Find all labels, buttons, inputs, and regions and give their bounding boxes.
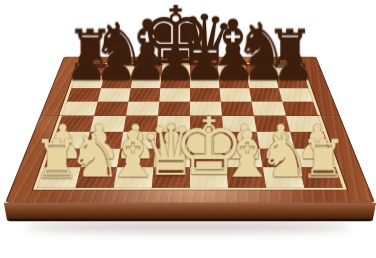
piece-wB-f1[interactable]: ♝ [218,123,276,187]
square-f1[interactable]: ♝ [226,167,266,187]
piece-bP-h7[interactable]: ♟ [272,40,315,87]
square-h7[interactable]: ♟ [276,76,309,88]
board-grid: ♜♞♝♚♛♝♞♜♟♟♟♟♟♟♟♟♟♟♟♟♟♟♟♟♜♞♝♛♚♝♞♜ [37,64,342,187]
square-h6[interactable] [279,88,313,101]
square-b6[interactable] [98,88,131,101]
board-shadow [26,221,350,233]
board-box-front [4,203,376,222]
square-a6[interactable] [67,88,101,101]
square-g6[interactable] [249,88,282,101]
square-c1[interactable]: ♝ [114,167,154,187]
chess-board: ♜♞♝♚♛♝♞♜♟♟♟♟♟♟♟♟♟♟♟♟♟♟♟♟♜♞♝♛♚♝♞♜ [5,57,375,203]
square-h1[interactable]: ♜ [299,167,342,187]
product-photo-stage: ♜♞♝♚♛♝♞♜♟♟♟♟♟♟♟♟♟♟♟♟♟♟♟♟♜♞♝♛♚♝♞♜ [0,0,376,258]
piece-wB-c1[interactable]: ♝ [104,123,162,187]
square-a1[interactable]: ♜ [37,167,80,187]
board-inlay-border: ♜♞♝♚♛♝♞♜♟♟♟♟♟♟♟♟♟♟♟♟♟♟♟♟♜♞♝♛♚♝♞♜ [33,63,347,189]
square-c6[interactable] [128,88,160,101]
piece-wR-h1[interactable]: ♜ [300,134,348,187]
piece-wR-a1[interactable]: ♜ [33,134,81,187]
